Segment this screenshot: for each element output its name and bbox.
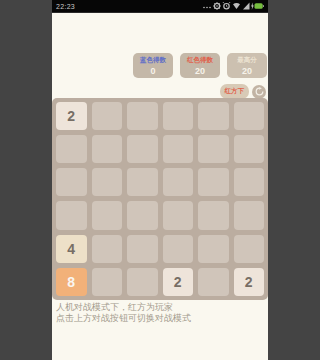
wifi-icon (233, 3, 240, 9)
empty-cell (92, 268, 123, 296)
empty-cell (127, 102, 158, 130)
empty-cell (127, 135, 158, 163)
red-score-label: 红色得数 (184, 56, 216, 65)
empty-cell (92, 135, 123, 163)
empty-cell (92, 235, 123, 263)
empty-cell (198, 235, 229, 263)
battery-icon (255, 3, 265, 9)
tile-2: 2 (163, 268, 194, 296)
status-bar: 22:23 (52, 0, 268, 13)
empty-cell (198, 102, 229, 130)
empty-cell (234, 135, 265, 163)
empty-cell (127, 268, 158, 296)
empty-cell (127, 235, 158, 263)
empty-cell (198, 135, 229, 163)
board[interactable]: 24822 (52, 98, 268, 300)
battle-mode-button[interactable]: 红方下 (220, 84, 250, 99)
help-line-2: 点击上方对战按钮可切换对战模式 (56, 313, 266, 324)
clock-time: 22:23 (56, 3, 75, 10)
control-row: 红方下 (220, 84, 267, 99)
empty-cell (198, 168, 229, 196)
status-icon-cluster (202, 1, 264, 11)
empty-cell (163, 168, 194, 196)
restart-button[interactable] (252, 85, 266, 99)
tile-2: 2 (234, 268, 265, 296)
empty-cell (127, 201, 158, 229)
signal-icon (243, 3, 250, 10)
empty-cell (92, 102, 123, 130)
help-text: 人机对战模式下，红方为玩家 点击上方对战按钮可切换对战模式 (56, 302, 266, 323)
empty-cell (127, 168, 158, 196)
tile-8: 8 (56, 268, 87, 296)
empty-cell (92, 201, 123, 229)
empty-cell (234, 168, 265, 196)
empty-cell (163, 201, 194, 229)
help-line-1: 人机对战模式下，红方为玩家 (56, 302, 266, 313)
empty-cell (198, 268, 229, 296)
empty-cell (163, 135, 194, 163)
best-score-value: 20 (231, 66, 263, 76)
status-icons (202, 1, 264, 11)
empty-cell (198, 201, 229, 229)
best-score-box: 最高分 20 (227, 53, 267, 78)
best-score-label: 最高分 (231, 56, 263, 65)
refresh-icon (255, 87, 264, 96)
charging-bolt-icon (251, 3, 254, 10)
gear-icon (213, 2, 221, 10)
empty-cell (56, 201, 87, 229)
blue-score-label: 蓝色得数 (137, 56, 169, 65)
alarm-clock-icon (223, 2, 230, 9)
score-panel: 蓝色得数 0 红色得数 20 最高分 20 (133, 53, 267, 78)
overflow-dots-icon (203, 7, 211, 9)
red-score-value: 20 (184, 66, 216, 76)
red-score-box: 红色得数 20 (180, 53, 220, 78)
tile-2: 2 (56, 102, 87, 130)
app-screen: 22:23 (52, 0, 268, 360)
empty-cell (56, 168, 87, 196)
blue-score-value: 0 (137, 66, 169, 76)
empty-cell (163, 102, 194, 130)
empty-cell (234, 201, 265, 229)
tile-4: 4 (56, 235, 87, 263)
empty-cell (234, 102, 265, 130)
empty-cell (56, 135, 87, 163)
empty-cell (234, 235, 265, 263)
empty-cell (92, 168, 123, 196)
empty-cell (163, 235, 194, 263)
blue-score-box: 蓝色得数 0 (133, 53, 173, 78)
